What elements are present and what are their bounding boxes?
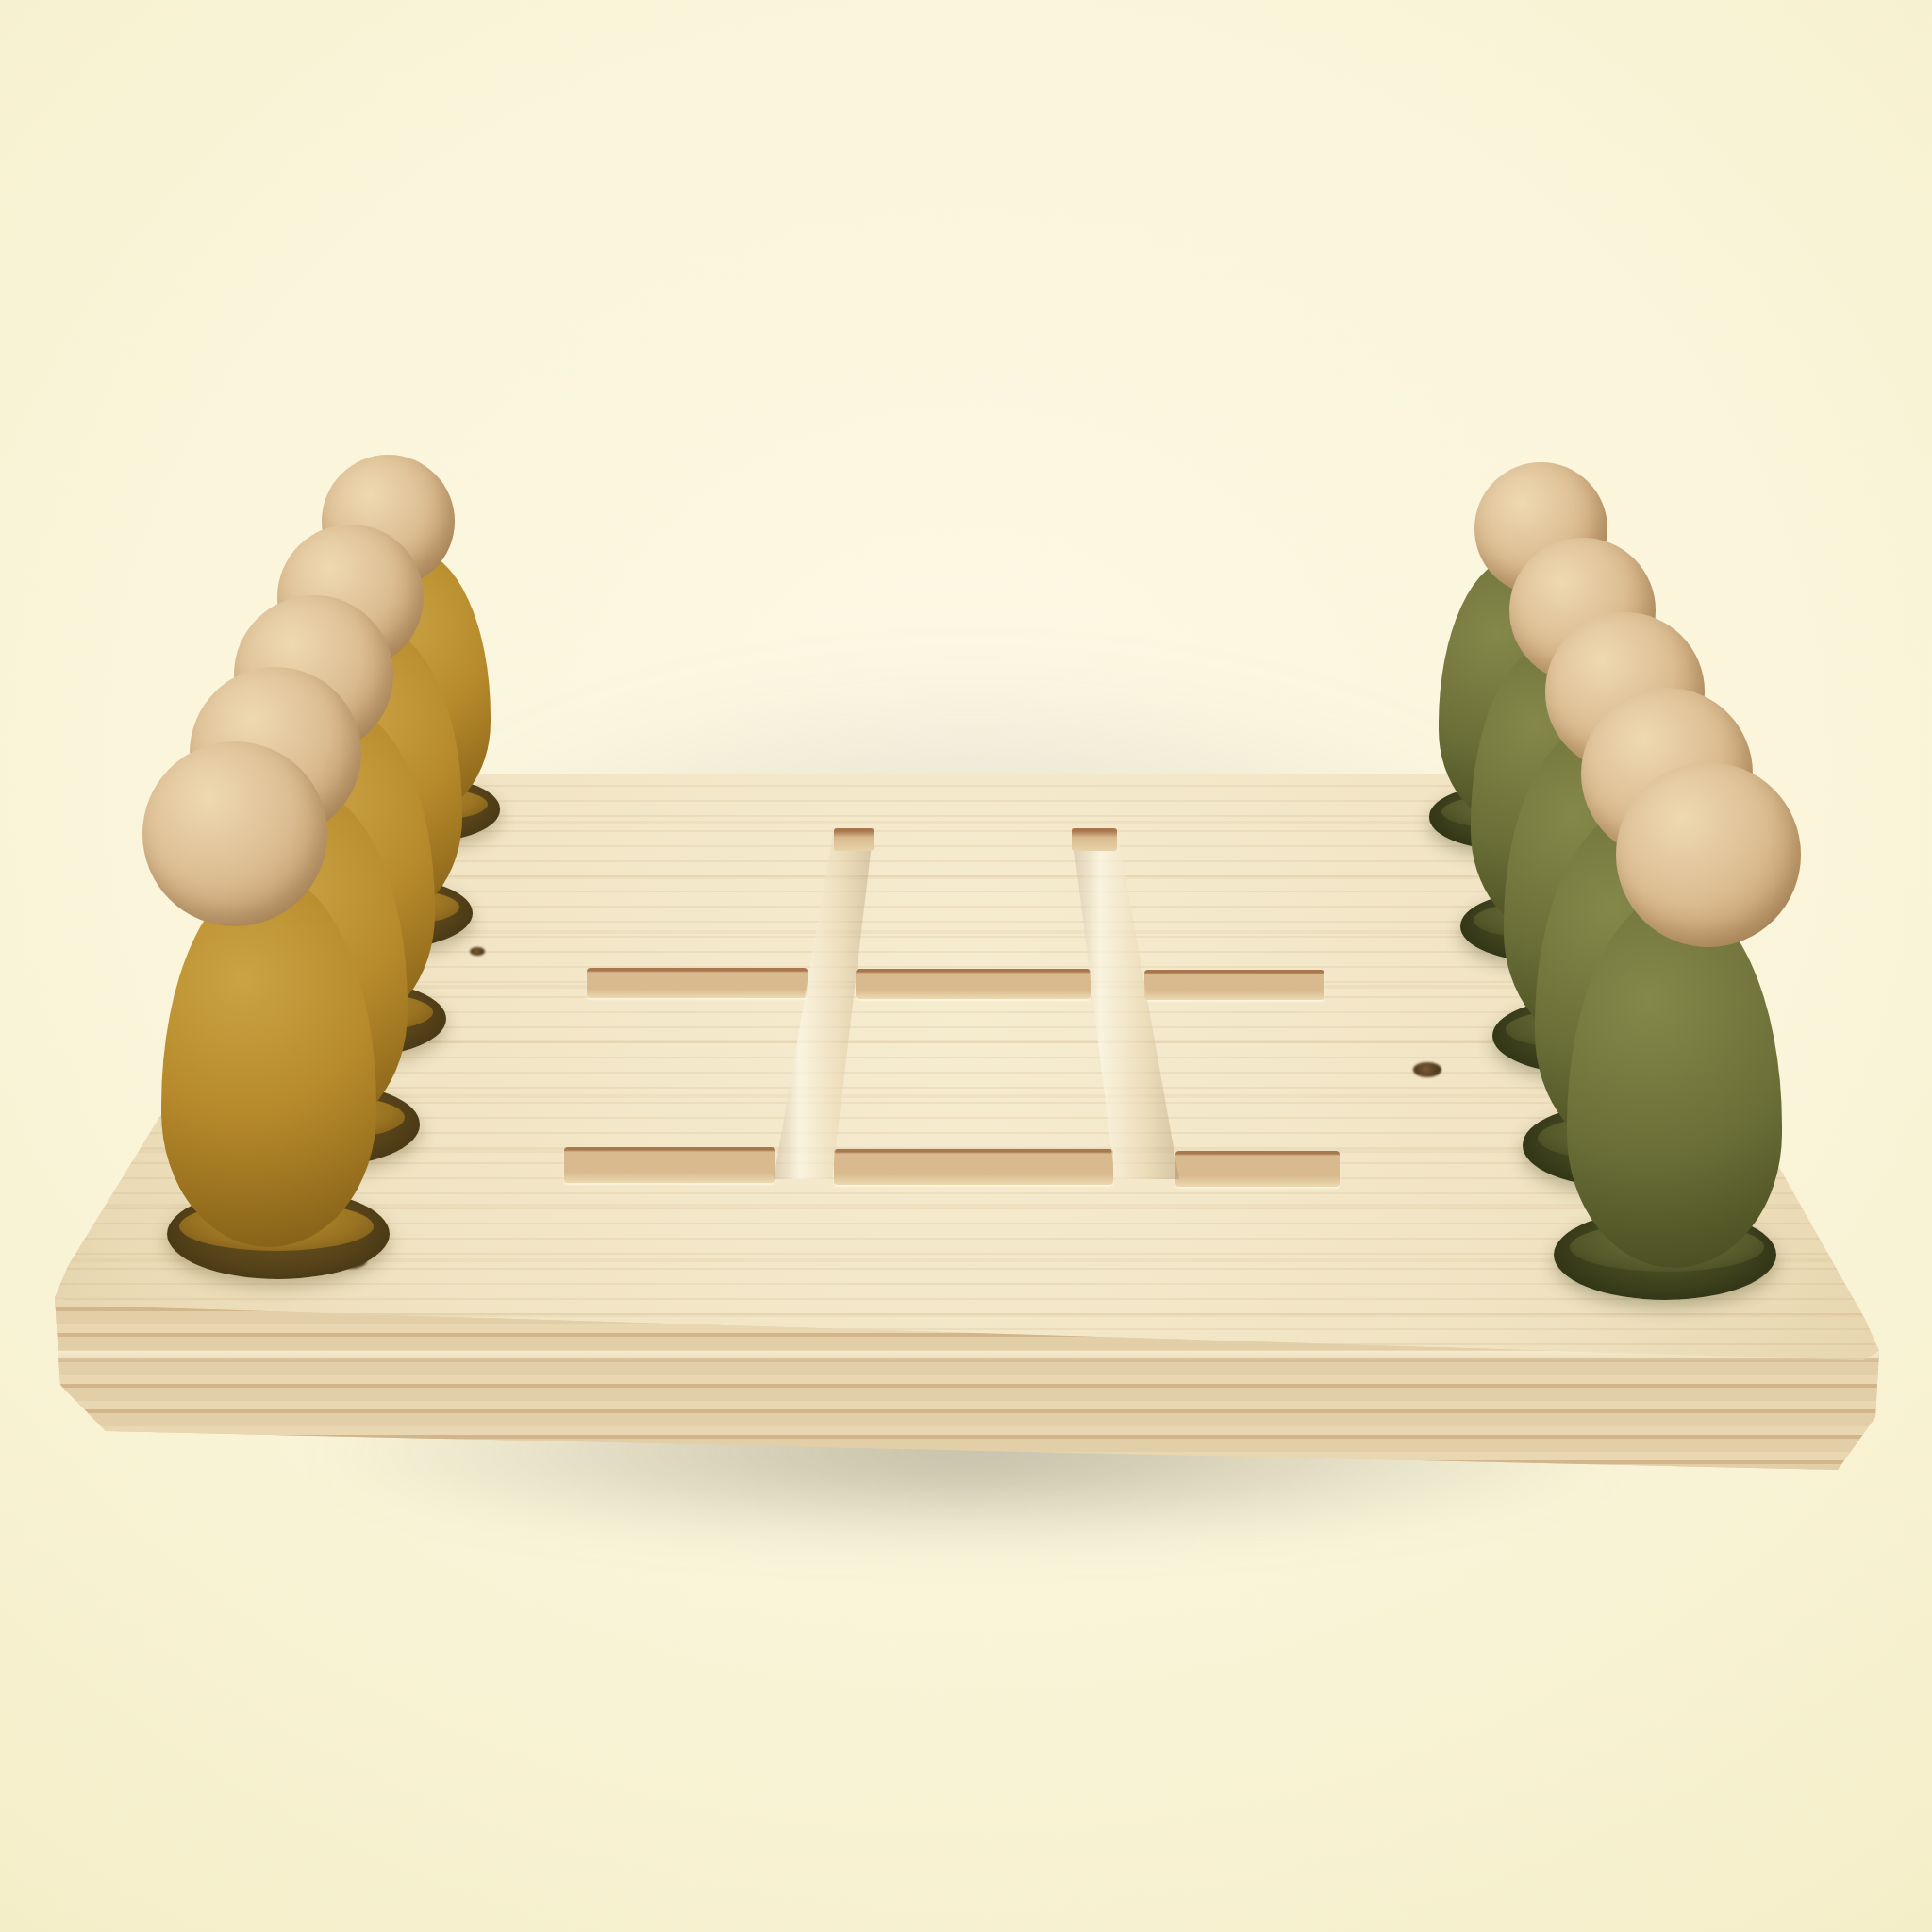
peg-head-natural-wood — [1616, 762, 1801, 947]
grid-groove-horizontal-back-left — [587, 968, 808, 998]
cell-1-1[interactable] — [844, 998, 1108, 1145]
cell-0-2[interactable] — [1123, 840, 1340, 968]
peg-head-natural-wood — [142, 741, 327, 926]
grid-groove-horizontal-back-right — [1144, 970, 1324, 1000]
cell-0-1[interactable] — [863, 840, 1099, 968]
cell-0-0[interactable] — [604, 840, 840, 968]
cell-2-1[interactable] — [825, 1185, 1123, 1321]
grid-groove-horizontal-front-right — [1175, 1151, 1340, 1187]
wood-knot — [1413, 1062, 1441, 1077]
grid-groove-horizontal-front-left — [564, 1147, 775, 1183]
cell-1-2[interactable] — [1132, 998, 1358, 1145]
grid-groove-horizontal-back-mid — [856, 969, 1091, 999]
cell-2-0[interactable] — [566, 1185, 802, 1321]
cell-1-0[interactable] — [585, 998, 821, 1145]
wood-knot — [470, 947, 485, 956]
scene — [0, 0, 1932, 1932]
cell-2-2[interactable] — [1146, 1185, 1377, 1321]
grid-groove-horizontal-front-mid — [834, 1149, 1113, 1185]
